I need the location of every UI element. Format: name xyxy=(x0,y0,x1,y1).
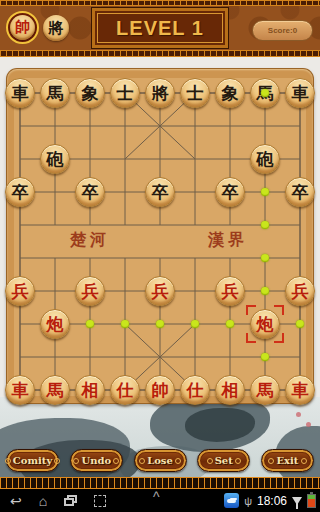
piece-red-chariot[interactable]: 車 xyxy=(285,375,315,405)
set-button[interactable]: Set xyxy=(197,449,250,472)
cloud-app-notification-icon[interactable] xyxy=(224,493,239,508)
comity-button[interactable]: Comity xyxy=(6,449,59,472)
piece-black-soldier[interactable]: 卒 xyxy=(215,177,245,207)
piece-red-advisor[interactable]: 仕 xyxy=(110,375,140,405)
piece-red-general[interactable]: 帥 xyxy=(145,375,175,405)
river-label-chu: 楚河 xyxy=(54,227,126,253)
move-dot[interactable] xyxy=(261,254,269,262)
piece-red-soldier[interactable]: 兵 xyxy=(285,276,315,306)
piece-black-soldier[interactable]: 卒 xyxy=(285,177,315,207)
piece-black-cannon[interactable]: 砲 xyxy=(40,144,70,174)
meander-border-bottom xyxy=(0,50,320,57)
exit-button[interactable]: Exit xyxy=(261,449,314,472)
lose-button[interactable]: Lose xyxy=(134,449,187,472)
red-turn-indicator-active: 帥 xyxy=(6,11,39,44)
blossom-dot xyxy=(296,412,301,417)
piece-red-soldier[interactable]: 兵 xyxy=(75,276,105,306)
move-dot[interactable] xyxy=(226,320,234,328)
piece-black-general[interactable]: 將 xyxy=(145,78,175,108)
piece-black-elephant[interactable]: 象 xyxy=(215,78,245,108)
top-bar: 帥 將 LEVEL 1 Score:0 xyxy=(0,0,320,57)
move-dot[interactable] xyxy=(261,221,269,229)
move-dot[interactable] xyxy=(261,188,269,196)
red-general-icon: 帥 xyxy=(10,15,35,40)
chevron-up-icon[interactable]: ^ xyxy=(153,489,160,505)
move-dot[interactable] xyxy=(261,287,269,295)
piece-black-cannon[interactable]: 砲 xyxy=(250,144,280,174)
piece-red-elephant[interactable]: 相 xyxy=(75,375,105,405)
piece-black-elephant[interactable]: 象 xyxy=(75,78,105,108)
piece-black-advisor[interactable]: 士 xyxy=(110,78,140,108)
piece-red-horse[interactable]: 馬 xyxy=(250,375,280,405)
app-screen: 帥 將 LEVEL 1 Score:0 xyxy=(0,0,320,512)
piece-red-horse[interactable]: 馬 xyxy=(40,375,70,405)
lose-button-label: Lose xyxy=(147,455,173,466)
piece-red-soldier[interactable]: 兵 xyxy=(5,276,35,306)
piece-black-chariot[interactable]: 車 xyxy=(5,78,35,108)
move-dot[interactable] xyxy=(86,320,94,328)
piece-red-elephant[interactable]: 相 xyxy=(215,375,245,405)
move-dot[interactable] xyxy=(296,320,304,328)
meander-border-footer xyxy=(0,477,320,489)
river-label-han: 漢界 xyxy=(192,227,264,253)
back-icon[interactable]: ↩ xyxy=(10,494,22,508)
piece-black-soldier[interactable]: 卒 xyxy=(75,177,105,207)
recent-apps-icon[interactable] xyxy=(64,495,77,506)
piece-black-soldier[interactable]: 卒 xyxy=(5,177,35,207)
move-dot[interactable] xyxy=(261,353,269,361)
screenshot-icon[interactable] xyxy=(94,495,106,507)
battery-icon xyxy=(307,494,316,508)
piece-red-advisor[interactable]: 仕 xyxy=(180,375,210,405)
home-icon[interactable]: ⌂ xyxy=(39,494,47,508)
comity-button-label: Comity xyxy=(13,455,52,466)
usb-icon: ψ xyxy=(244,495,252,507)
status-tray: ψ 18:06 xyxy=(224,489,316,512)
move-dot[interactable] xyxy=(191,320,199,328)
clock: 18:06 xyxy=(257,494,287,508)
undo-button[interactable]: Undo xyxy=(70,449,123,472)
wifi-icon xyxy=(292,497,302,505)
score-label: Score:0 xyxy=(268,26,297,35)
selection-brackets xyxy=(246,305,284,343)
piece-red-soldier[interactable]: 兵 xyxy=(145,276,175,306)
piece-red-soldier[interactable]: 兵 xyxy=(215,276,245,306)
piece-red-chariot[interactable]: 車 xyxy=(5,375,35,405)
piece-red-cannon[interactable]: 炮 xyxy=(40,309,70,339)
capture-target-dot[interactable] xyxy=(261,89,269,97)
black-general-icon: 將 xyxy=(43,15,69,41)
move-dot[interactable] xyxy=(156,320,164,328)
android-nav-bar: ↩ ⌂ ^ ψ 18:06 xyxy=(0,489,320,512)
move-dot[interactable] xyxy=(121,320,129,328)
exit-button-label: Exit xyxy=(276,455,298,466)
level-banner: LEVEL 1 xyxy=(92,8,228,48)
game-button-row: Comity Undo Lose Set Exit xyxy=(0,449,320,473)
piece-black-horse[interactable]: 馬 xyxy=(40,78,70,108)
piece-black-soldier[interactable]: 卒 xyxy=(145,177,175,207)
piece-black-advisor[interactable]: 士 xyxy=(180,78,210,108)
undo-button-label: Undo xyxy=(81,455,111,466)
score-pill: Score:0 xyxy=(252,20,313,41)
blossom-dot xyxy=(306,422,311,427)
level-label: LEVEL 1 xyxy=(116,17,204,40)
piece-black-chariot[interactable]: 車 xyxy=(285,78,315,108)
nav-left-group: ↩ ⌂ xyxy=(0,494,106,508)
meander-border-top xyxy=(0,0,320,6)
xiangqi-board[interactable]: 楚河 漢界 車馬象士將士象馬車砲砲卒卒卒卒卒兵兵兵兵兵炮炮車馬相仕帥仕相馬車 xyxy=(7,69,313,403)
set-button-label: Set xyxy=(215,455,233,466)
